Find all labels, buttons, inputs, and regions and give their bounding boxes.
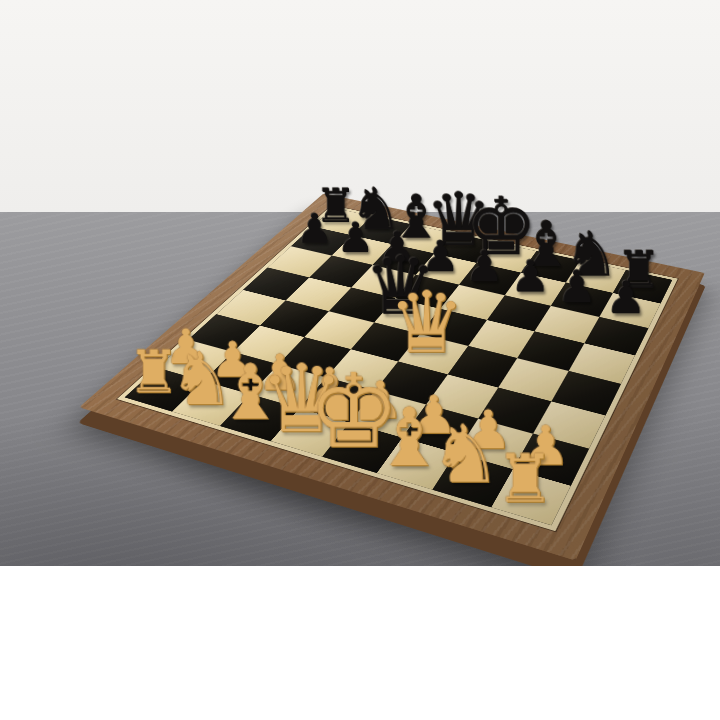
black-pawn[interactable]: ♟ bbox=[511, 256, 550, 297]
black-pawn[interactable]: ♟ bbox=[297, 210, 333, 249]
white-queen[interactable]: ♛ bbox=[388, 283, 464, 364]
square-c4[interactable] bbox=[305, 311, 374, 349]
black-pawn[interactable]: ♟ bbox=[465, 246, 504, 287]
piece-anchor: ♟ bbox=[601, 277, 651, 327]
white-knight[interactable]: ♞ bbox=[430, 417, 502, 493]
piece-anchor: ♞ bbox=[434, 440, 496, 502]
playing-field[interactable]: ♜♞♝♛♚♝♞♜♟♟♟♟♟♟♟♟♛♛♟♟♟♟♟♟♟♟♜♞♝♛♚♝♞♜ bbox=[117, 205, 678, 531]
piece-anchor: ♟ bbox=[553, 266, 603, 316]
white-rook[interactable]: ♜ bbox=[495, 447, 555, 510]
photograph: ♜♞♝♛♚♝♞♜♟♟♟♟♟♟♟♟♛♛♟♟♟♟♟♟♟♟♜♞♝♛♚♝♞♜ bbox=[0, 0, 720, 566]
piece-anchor: ♟ bbox=[292, 210, 337, 255]
square-h1[interactable]: ♜ bbox=[491, 469, 571, 526]
bottom-white-margin bbox=[0, 566, 720, 720]
square-h7[interactable]: ♟ bbox=[599, 293, 661, 329]
black-pawn[interactable]: ♟ bbox=[557, 266, 597, 308]
black-pawn[interactable]: ♟ bbox=[606, 276, 646, 319]
chess-set-photo: ♜♞♝♛♚♝♞♜♟♟♟♟♟♟♟♟♛♛♟♟♟♟♟♟♟♟♜♞♝♛♚♝♞♜ bbox=[0, 0, 720, 720]
chess-board[interactable]: ♜♞♝♛♚♝♞♜♟♟♟♟♟♟♟♟♛♛♟♟♟♟♟♟♟♟♜♞♝♛♚♝♞♜ bbox=[79, 193, 705, 560]
piece-anchor: ♜ bbox=[493, 457, 557, 521]
board-scene: ♜♞♝♛♚♝♞♜♟♟♟♟♟♟♟♟♛♛♟♟♟♟♟♟♟♟♜♞♝♛♚♝♞♜ bbox=[0, 0, 720, 566]
